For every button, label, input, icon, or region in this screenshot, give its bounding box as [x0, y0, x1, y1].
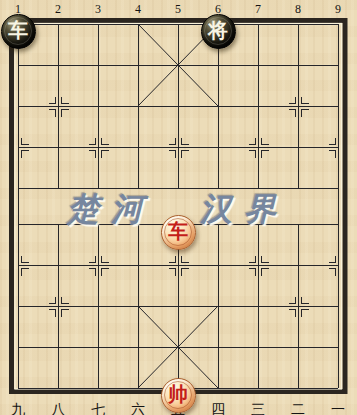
file-label-top-8: 8 [295, 3, 301, 15]
xiangqi-board-screen: 楚河 汉界 123456789 九八七六五四三二一 车将车帅 [0, 0, 357, 415]
file-label-top-3: 3 [95, 3, 101, 15]
file-label-bottom-7: 三 [251, 403, 265, 415]
piece-red-general[interactable]: 帅 [161, 378, 196, 413]
file-label-bottom-6: 四 [211, 403, 225, 415]
piece-glyph: 车 [168, 221, 188, 241]
file-label-bottom-2: 八 [51, 403, 65, 415]
river-text-left: 楚河 [67, 193, 155, 225]
piece-red-chariot[interactable]: 车 [161, 215, 196, 250]
piece-glyph: 车 [8, 20, 28, 40]
file-label-top-4: 4 [135, 3, 141, 15]
file-label-bottom-1: 九 [11, 403, 25, 415]
file-label-top-9: 9 [335, 3, 341, 15]
file-label-bottom-9: 一 [331, 403, 345, 415]
file-label-top-2: 2 [55, 3, 61, 15]
file-label-bottom-4: 六 [131, 403, 145, 415]
piece-black-general[interactable]: 将 [201, 14, 236, 49]
file-label-bottom-3: 七 [91, 403, 105, 415]
file-label-top-7: 7 [255, 3, 261, 15]
piece-glyph: 将 [208, 20, 228, 40]
file-label-top-5: 5 [175, 3, 181, 15]
board-grid[interactable] [0, 0, 357, 415]
piece-black-chariot[interactable]: 车 [1, 14, 36, 49]
file-label-bottom-8: 二 [291, 403, 305, 415]
piece-glyph: 帅 [168, 384, 188, 404]
river-text-right: 汉界 [200, 193, 288, 225]
